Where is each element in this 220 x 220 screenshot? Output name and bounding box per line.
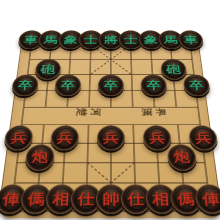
piece-character: 象 (144, 35, 158, 44)
piece-character: 兵 (103, 132, 119, 144)
piece-character: 傌 (177, 192, 195, 207)
piece-character: 兵 (149, 132, 165, 144)
piece-character: 卒 (60, 80, 75, 91)
piece-character: 俥 (2, 192, 21, 207)
piece-character: 砲 (40, 64, 55, 74)
piece-character: 車 (183, 35, 198, 44)
piece-character: 馬 (44, 35, 58, 44)
piece-character: 仕 (77, 192, 94, 207)
piece-character: 卒 (17, 80, 33, 91)
river-text-left: 楚河 (74, 106, 102, 117)
piece-character: 卒 (189, 80, 205, 91)
piece-character: 兵 (10, 132, 27, 144)
piece-character: 傌 (27, 192, 45, 207)
piece-character: 砲 (166, 64, 181, 74)
piece-character: 仕 (127, 192, 144, 207)
piece-character: 卒 (104, 80, 119, 91)
scene: 楚河 漢界 車馬象士將士象馬車砲砲卒卒卒卒卒兵兵兵兵兵炮炮俥傌相仕帥仕相傌俥 (0, 0, 220, 220)
piece-character: 馬 (164, 35, 178, 44)
piece-character: 相 (52, 192, 70, 207)
piece-black-soldier[interactable]: 卒 (140, 75, 167, 97)
xiangqi-board: 楚河 漢界 車馬象士將士象馬車砲砲卒卒卒卒卒兵兵兵兵兵炮炮俥傌相仕帥仕相傌俥 (0, 39, 220, 212)
photo-stage: 楚河 漢界 車馬象士將士象馬車砲砲卒卒卒卒卒兵兵兵兵兵炮炮俥傌相仕帥仕相傌俥 (0, 0, 220, 220)
piece-red-soldier[interactable]: 兵 (97, 126, 125, 151)
piece-character: 炮 (31, 151, 48, 164)
piece-character: 卒 (146, 80, 161, 91)
piece-character: 炮 (173, 151, 190, 164)
piece-character: 相 (152, 192, 170, 207)
piece-character: 車 (23, 35, 38, 44)
river-text-right: 漢界 (139, 106, 168, 117)
piece-character: 俥 (201, 192, 220, 207)
piece-character: 將 (104, 35, 118, 44)
piece-character: 士 (84, 35, 98, 44)
piece-character: 士 (124, 35, 138, 44)
piece-character: 象 (64, 35, 78, 44)
piece-character: 帥 (102, 192, 119, 207)
piece-character: 兵 (57, 132, 73, 144)
piece-character: 兵 (195, 132, 212, 144)
piece-black-soldier[interactable]: 卒 (98, 75, 124, 97)
